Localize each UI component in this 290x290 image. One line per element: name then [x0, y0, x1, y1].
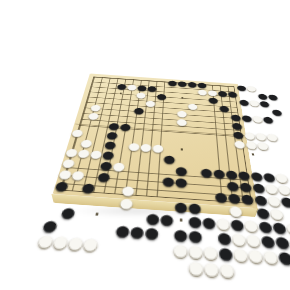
black-stone: ●	[262, 171, 277, 183]
white-stone: ●	[51, 233, 70, 250]
white-stone: ●	[247, 247, 264, 264]
white-stone: ●	[135, 91, 146, 99]
black-stone: ●	[262, 115, 275, 124]
white-stone: ●	[77, 147, 92, 158]
black-stone: ●	[188, 214, 202, 229]
white-stone: ●	[177, 109, 188, 118]
white-stone: ●	[61, 157, 77, 169]
black-stone: ●	[238, 180, 253, 193]
star-point	[109, 144, 112, 146]
black-stone: ●	[230, 113, 242, 122]
black-stone: ●	[258, 99, 270, 107]
white-stone: ●	[121, 184, 136, 197]
star-point	[179, 219, 182, 222]
white-stone: ●	[264, 182, 279, 195]
white-stone: ●	[232, 246, 249, 263]
white-stone: ●	[79, 138, 93, 149]
black-stone: ●	[255, 205, 271, 219]
white-stone: ●	[248, 99, 260, 107]
white-stone: ●	[245, 139, 258, 149]
white-stone: ●	[187, 102, 198, 111]
white-stone: ●	[262, 248, 280, 265]
white-stone: ●	[231, 231, 247, 247]
black-stone: ●	[80, 181, 96, 194]
white-stone: ●	[70, 168, 86, 180]
black-stone: ●	[240, 192, 255, 205]
black-stone: ●	[271, 219, 288, 234]
white-stone: ●	[216, 216, 231, 231]
black-stone: ●	[96, 170, 111, 182]
star-point	[95, 213, 98, 216]
black-stone: ●	[227, 191, 242, 204]
black-stone: ●	[167, 79, 177, 87]
black-stone: ●	[197, 81, 207, 89]
white-stone: ●	[207, 89, 218, 97]
black-stone: ●	[273, 234, 290, 250]
go-board: ●●●●●●●●●●●●●●●●●●●●●●●●●●●●●●●●●●●●●●●●…	[53, 74, 258, 209]
star-point	[181, 97, 183, 98]
star-point	[180, 148, 182, 150]
product-photo-scene: ●●●●●●●●●●●●●●●●●●●●●●●●●●●●●●●●●●●●●●●●…	[0, 0, 290, 290]
black-stone: ●	[200, 166, 213, 178]
white-stone: ●	[276, 183, 290, 196]
white-stone: ●	[126, 83, 137, 91]
white-stone: ●	[218, 260, 235, 278]
black-stone: ●	[133, 106, 145, 115]
black-stone: ●	[253, 193, 268, 206]
black-stone: ●	[267, 93, 279, 101]
black-stone: ●	[114, 223, 130, 239]
black-stone: ●	[229, 217, 245, 232]
black-stone: ●	[202, 215, 217, 230]
black-stone: ●	[218, 104, 229, 113]
black-stone: ●	[276, 249, 290, 266]
black-stone: ●	[212, 167, 225, 179]
white-stone: ●	[268, 206, 284, 220]
black-stone: ●	[217, 244, 233, 261]
black-stone: ●	[136, 84, 147, 92]
white-stone: ●	[203, 259, 219, 277]
black-stone: ●	[241, 113, 253, 122]
star-point	[264, 225, 267, 228]
black-stone: ●	[163, 153, 176, 164]
black-stone: ●	[145, 211, 160, 226]
stones-layer: ●●●●●●●●●●●●●●●●●●●●●●●●●●●●●●●●●●●●●●●●…	[53, 74, 258, 209]
white-stone: ●	[233, 139, 246, 149]
white-stone: ●	[64, 146, 79, 157]
black-stone: ●	[227, 90, 238, 98]
black-stone: ●	[257, 92, 269, 100]
black-stone: ●	[54, 179, 71, 192]
black-stone: ●	[101, 149, 115, 160]
black-stone: ●	[188, 228, 203, 244]
white-stone: ●	[70, 127, 84, 137]
black-stone: ●	[106, 130, 119, 140]
black-stone: ●	[225, 168, 239, 180]
black-stone: ●	[175, 165, 188, 177]
black-stone: ●	[147, 84, 158, 92]
black-stone: ●	[175, 176, 188, 189]
white-stone: ●	[36, 232, 56, 249]
star-point	[119, 93, 121, 94]
white-stone: ●	[188, 258, 204, 276]
board-tilt-wrapper: ●●●●●●●●●●●●●●●●●●●●●●●●●●●●●●●●●●●●●●●●…	[0, 0, 290, 290]
black-stone: ●	[208, 96, 219, 104]
black-stone: ●	[41, 218, 60, 234]
star-point	[243, 101, 245, 102]
white-stone: ●	[82, 235, 100, 252]
black-stone: ●	[159, 212, 174, 227]
white-stone: ●	[89, 103, 102, 112]
black-stone: ●	[99, 159, 114, 171]
black-stone: ●	[226, 179, 240, 192]
black-stone: ●	[249, 170, 263, 182]
white-stone: ●	[246, 84, 257, 92]
black-stone: ●	[60, 205, 78, 220]
white-stone: ●	[203, 243, 219, 260]
white-stone: ●	[285, 220, 290, 235]
white-stone: ●	[256, 140, 270, 150]
star-point	[252, 153, 255, 155]
white-stone: ●	[288, 235, 290, 251]
white-stone: ●	[151, 142, 164, 153]
white-stone: ●	[66, 234, 85, 251]
black-stone: ●	[116, 82, 127, 90]
black-stone: ●	[214, 190, 228, 203]
white-stone: ●	[266, 194, 282, 207]
white-stone: ●	[245, 232, 262, 248]
black-stone: ●	[236, 84, 247, 92]
black-stone: ●	[270, 108, 283, 117]
white-stone: ●	[254, 131, 267, 141]
black-stone: ●	[162, 175, 175, 188]
white-stone: ●	[139, 142, 152, 153]
white-stone: ●	[243, 218, 259, 233]
white-stone: ●	[87, 111, 100, 120]
black-stone: ●	[259, 233, 276, 249]
black-stone: ●	[144, 225, 160, 241]
board-perspective-wrapper: ●●●●●●●●●●●●●●●●●●●●●●●●●●●●●●●●●●●●●●●●…	[68, 38, 252, 222]
black-stone: ●	[251, 181, 266, 194]
white-stone: ●	[251, 114, 263, 123]
white-stone: ●	[145, 99, 156, 107]
black-stone: ●	[129, 224, 145, 240]
white-stone: ●	[188, 242, 203, 259]
white-stone: ●	[197, 88, 207, 96]
black-stone: ●	[173, 227, 188, 243]
white-stone: ●	[243, 130, 256, 140]
white-stone: ●	[57, 168, 73, 180]
white-stone: ●	[176, 117, 187, 126]
black-stone: ●	[187, 80, 197, 88]
white-stone: ●	[265, 132, 278, 142]
white-stone: ●	[274, 171, 289, 183]
white-stone: ●	[127, 141, 140, 152]
white-stone: ●	[173, 241, 188, 258]
black-stone: ●	[237, 169, 251, 181]
black-stone: ●	[279, 195, 290, 209]
black-stone: ●	[216, 230, 232, 246]
